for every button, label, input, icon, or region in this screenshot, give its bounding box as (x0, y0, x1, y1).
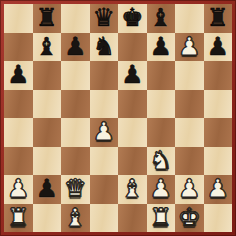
square-b3[interactable] (33, 147, 62, 176)
white-queen[interactable]: ♛ (61, 175, 90, 204)
square-a1[interactable]: ♜ (4, 204, 33, 233)
square-d6[interactable] (90, 61, 119, 90)
black-rook[interactable]: ♜ (33, 4, 62, 33)
square-g7[interactable]: ♟ (175, 33, 204, 62)
square-h7[interactable]: ♟ (204, 33, 233, 62)
square-a8[interactable] (4, 4, 33, 33)
black-queen[interactable]: ♛ (90, 4, 119, 33)
white-pawn[interactable]: ♟ (175, 33, 204, 62)
black-pawn[interactable]: ♟ (61, 33, 90, 62)
square-e4[interactable] (118, 118, 147, 147)
square-d2[interactable] (90, 175, 119, 204)
square-f8[interactable]: ♝ (147, 4, 176, 33)
square-g5[interactable] (175, 90, 204, 119)
white-pawn[interactable]: ♟ (204, 175, 233, 204)
square-h3[interactable] (204, 147, 233, 176)
square-h6[interactable] (204, 61, 233, 90)
black-rook[interactable]: ♜ (204, 4, 233, 33)
black-pawn[interactable]: ♟ (118, 61, 147, 90)
square-g8[interactable] (175, 4, 204, 33)
white-pawn[interactable]: ♟ (90, 118, 119, 147)
square-e5[interactable] (118, 90, 147, 119)
square-b8[interactable]: ♜ (33, 4, 62, 33)
black-bishop[interactable]: ♝ (147, 4, 176, 33)
square-b7[interactable]: ♝ (33, 33, 62, 62)
square-e6[interactable]: ♟ (118, 61, 147, 90)
square-c1[interactable]: ♝ (61, 204, 90, 233)
square-h2[interactable]: ♟ (204, 175, 233, 204)
black-bishop[interactable]: ♝ (33, 33, 62, 62)
square-h8[interactable]: ♜ (204, 4, 233, 33)
square-c7[interactable]: ♟ (61, 33, 90, 62)
square-a3[interactable] (4, 147, 33, 176)
chess-board-frame: ♜♛♚♝♜♝♟♞♟♟♟♟♟♟♞♟♟♛♝♟♟♟♜♝♜♚ (0, 0, 236, 236)
white-pawn[interactable]: ♟ (4, 175, 33, 204)
square-a7[interactable] (4, 33, 33, 62)
white-pawn[interactable]: ♟ (147, 175, 176, 204)
square-g1[interactable]: ♚ (175, 204, 204, 233)
chess-board: ♜♛♚♝♜♝♟♞♟♟♟♟♟♟♞♟♟♛♝♟♟♟♜♝♜♚ (4, 4, 232, 232)
square-b1[interactable] (33, 204, 62, 233)
square-a2[interactable]: ♟ (4, 175, 33, 204)
square-d8[interactable]: ♛ (90, 4, 119, 33)
square-c4[interactable] (61, 118, 90, 147)
square-b5[interactable] (33, 90, 62, 119)
white-rook[interactable]: ♜ (4, 204, 33, 233)
square-b6[interactable] (33, 61, 62, 90)
square-b4[interactable] (33, 118, 62, 147)
square-f2[interactable]: ♟ (147, 175, 176, 204)
square-e2[interactable]: ♝ (118, 175, 147, 204)
square-c2[interactable]: ♛ (61, 175, 90, 204)
white-rook[interactable]: ♜ (147, 204, 176, 233)
white-pawn[interactable]: ♟ (175, 175, 204, 204)
square-g4[interactable] (175, 118, 204, 147)
square-c8[interactable] (61, 4, 90, 33)
square-h4[interactable] (204, 118, 233, 147)
black-pawn[interactable]: ♟ (147, 33, 176, 62)
square-d4[interactable]: ♟ (90, 118, 119, 147)
square-f7[interactable]: ♟ (147, 33, 176, 62)
square-f5[interactable] (147, 90, 176, 119)
square-f3[interactable]: ♞ (147, 147, 176, 176)
square-a6[interactable]: ♟ (4, 61, 33, 90)
square-h5[interactable] (204, 90, 233, 119)
square-g6[interactable] (175, 61, 204, 90)
square-c6[interactable] (61, 61, 90, 90)
white-king[interactable]: ♚ (175, 204, 204, 233)
square-h1[interactable] (204, 204, 233, 233)
square-e7[interactable] (118, 33, 147, 62)
black-pawn[interactable]: ♟ (33, 175, 62, 204)
square-e8[interactable]: ♚ (118, 4, 147, 33)
black-king[interactable]: ♚ (118, 4, 147, 33)
black-knight[interactable]: ♞ (90, 33, 119, 62)
square-d5[interactable] (90, 90, 119, 119)
white-bishop[interactable]: ♝ (118, 175, 147, 204)
square-d7[interactable]: ♞ (90, 33, 119, 62)
square-c5[interactable] (61, 90, 90, 119)
square-e3[interactable] (118, 147, 147, 176)
square-f4[interactable] (147, 118, 176, 147)
square-d3[interactable] (90, 147, 119, 176)
black-pawn[interactable]: ♟ (204, 33, 233, 62)
square-c3[interactable] (61, 147, 90, 176)
white-knight[interactable]: ♞ (147, 147, 176, 176)
square-b2[interactable]: ♟ (33, 175, 62, 204)
black-pawn[interactable]: ♟ (4, 61, 33, 90)
square-a5[interactable] (4, 90, 33, 119)
square-f6[interactable] (147, 61, 176, 90)
square-f1[interactable]: ♜ (147, 204, 176, 233)
square-d1[interactable] (90, 204, 119, 233)
square-e1[interactable] (118, 204, 147, 233)
white-bishop[interactable]: ♝ (61, 204, 90, 233)
square-a4[interactable] (4, 118, 33, 147)
square-g3[interactable] (175, 147, 204, 176)
square-g2[interactable]: ♟ (175, 175, 204, 204)
